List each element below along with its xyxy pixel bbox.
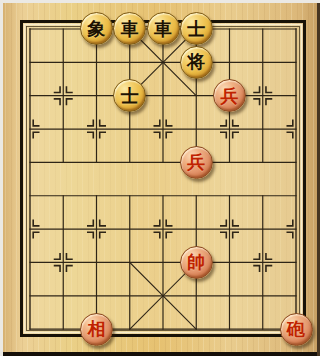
piece-black-chariot-2[interactable]: 車	[147, 12, 180, 45]
piece-black-elephant[interactable]: 象	[80, 12, 113, 45]
piece-black-advisor-2[interactable]: 士	[113, 79, 146, 112]
piece-glyph: 兵	[221, 87, 239, 105]
piece-red-general[interactable]: 帥	[180, 246, 213, 279]
piece-glyph: 兵	[187, 153, 205, 171]
piece-black-general[interactable]: 将	[180, 46, 213, 79]
piece-glyph: 相	[88, 320, 106, 338]
piece-red-soldier-2[interactable]: 兵	[180, 146, 213, 179]
piece-glyph: 士	[187, 20, 205, 38]
piece-black-advisor-1[interactable]: 士	[180, 12, 213, 45]
piece-red-soldier-1[interactable]: 兵	[213, 79, 246, 112]
piece-glyph: 砲	[287, 320, 305, 338]
piece-glyph: 車	[154, 20, 172, 38]
piece-glyph: 象	[88, 20, 106, 38]
piece-glyph: 士	[121, 87, 139, 105]
piece-glyph: 帥	[187, 253, 205, 271]
piece-red-cannon[interactable]: 砲	[280, 313, 313, 346]
piece-red-elephant[interactable]: 相	[80, 313, 113, 346]
pieces-layer: 象車車士将士兵兵帥相砲	[13, 12, 312, 346]
piece-black-chariot-1[interactable]: 車	[113, 12, 146, 45]
piece-glyph: 車	[121, 20, 139, 38]
piece-glyph: 将	[187, 53, 205, 71]
xiangqi-board: 象車車士将士兵兵帥相砲	[0, 0, 320, 356]
